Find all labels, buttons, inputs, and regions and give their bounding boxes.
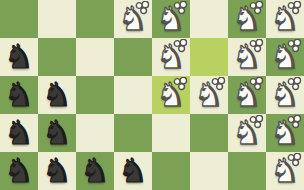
square-r1c7[interactable]: ♞ [266,38,304,76]
square-r1c5[interactable] [190,38,228,76]
black-knight[interactable]: ♞ [42,116,72,149]
white-knight[interactable]: ♞ [194,78,224,111]
white-knight[interactable]: ♞ [156,78,186,111]
square-r4c0[interactable]: ♞ [0,152,38,190]
square-r3c2[interactable] [76,114,114,152]
square-r4c4[interactable] [152,152,190,190]
square-r4c5[interactable] [190,152,228,190]
square-r4c7[interactable]: ♞ [266,152,304,190]
square-r4c2[interactable]: ♞ [76,152,114,190]
square-r1c2[interactable] [76,38,114,76]
black-knight[interactable]: ♞ [42,78,72,111]
chess-board: ♞♞♞♞♞♞♞♞♞♞♞♞♞♞♞♞♞♞♞♞♞♞♞ [0,0,304,190]
white-knight[interactable]: ♞ [232,116,262,149]
white-knight[interactable]: ♞ [270,154,300,187]
white-knight[interactable]: ♞ [232,40,262,73]
white-knight[interactable]: ♞ [156,2,186,35]
white-knight[interactable]: ♞ [270,40,300,73]
square-r3c7[interactable]: ♞ [266,114,304,152]
square-r0c2[interactable] [76,0,114,38]
black-knight[interactable]: ♞ [118,154,148,187]
square-r1c6[interactable]: ♞ [228,38,266,76]
black-knight[interactable]: ♞ [4,40,34,73]
square-r3c1[interactable]: ♞ [38,114,76,152]
square-r0c1[interactable] [38,0,76,38]
white-knight[interactable]: ♞ [270,2,300,35]
white-knight[interactable]: ♞ [232,2,262,35]
square-r2c6[interactable]: ♞ [228,76,266,114]
black-knight[interactable]: ♞ [42,154,72,187]
square-r3c4[interactable] [152,114,190,152]
square-r0c7[interactable]: ♞ [266,0,304,38]
white-knight[interactable]: ♞ [232,78,262,111]
black-knight[interactable]: ♞ [80,154,110,187]
square-r4c3[interactable]: ♞ [114,152,152,190]
black-knight[interactable]: ♞ [4,154,34,187]
white-knight[interactable]: ♞ [270,116,300,149]
square-r3c0[interactable]: ♞ [0,114,38,152]
square-r2c1[interactable]: ♞ [38,76,76,114]
square-r0c5[interactable] [190,0,228,38]
square-r4c1[interactable]: ♞ [38,152,76,190]
square-r3c5[interactable] [190,114,228,152]
square-r0c4[interactable]: ♞ [152,0,190,38]
black-knight[interactable]: ♞ [4,78,34,111]
black-knight[interactable]: ♞ [4,116,34,149]
square-r1c4[interactable]: ♞ [152,38,190,76]
square-r2c2[interactable] [76,76,114,114]
square-r1c0[interactable]: ♞ [0,38,38,76]
square-r3c3[interactable] [114,114,152,152]
white-knight[interactable]: ♞ [118,2,148,35]
square-r0c0[interactable] [0,0,38,38]
square-r1c3[interactable] [114,38,152,76]
square-r3c6[interactable]: ♞ [228,114,266,152]
square-r4c6[interactable] [228,152,266,190]
square-r2c7[interactable]: ♞ [266,76,304,114]
white-knight[interactable]: ♞ [270,78,300,111]
square-r2c4[interactable]: ♞ [152,76,190,114]
square-r2c0[interactable]: ♞ [0,76,38,114]
square-r2c5[interactable]: ♞ [190,76,228,114]
square-r1c1[interactable] [38,38,76,76]
square-r0c3[interactable]: ♞ [114,0,152,38]
square-r2c3[interactable] [114,76,152,114]
white-knight[interactable]: ♞ [156,40,186,73]
square-r0c6[interactable]: ♞ [228,0,266,38]
